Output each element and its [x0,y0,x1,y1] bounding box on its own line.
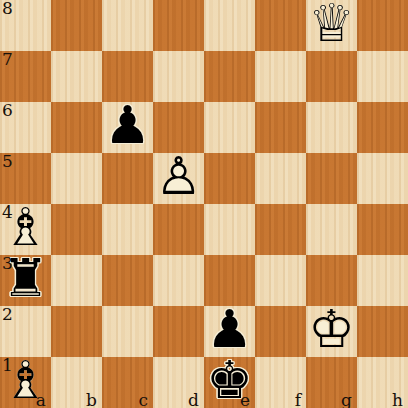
square-f2[interactable] [255,306,306,357]
file-label-a: a [36,391,46,408]
square-b1[interactable]: b [51,357,102,408]
square-d2[interactable] [153,306,204,357]
square-g2[interactable]: ♚♔ [306,306,357,357]
square-h3[interactable] [357,255,408,306]
square-e4[interactable] [204,204,255,255]
square-c6[interactable]: ♟ [102,102,153,153]
white-pawn-d5[interactable]: ♟♙ [153,153,204,204]
square-h7[interactable] [357,51,408,102]
piece-outline-glyph: ♙ [153,151,204,202]
file-label-h: h [392,391,403,408]
piece-outline-glyph: ♕ [306,0,357,49]
rank-label-4: 4 [2,202,13,222]
square-e5[interactable] [204,153,255,204]
file-label-b: b [86,391,97,408]
square-e7[interactable] [204,51,255,102]
square-c5[interactable] [102,153,153,204]
chess-board-wrapper: 8♛♕76♟5♟♙4♝♗3♜2♟♚♔1a♝♗bcde♚fgh [0,0,408,408]
file-label-c: c [138,391,148,408]
square-h5[interactable] [357,153,408,204]
rank-label-7: 7 [2,49,13,69]
square-f5[interactable] [255,153,306,204]
square-b4[interactable] [51,204,102,255]
square-a8[interactable]: 8 [0,0,51,51]
square-b2[interactable] [51,306,102,357]
file-label-e: e [240,391,250,408]
square-e6[interactable] [204,102,255,153]
black-pawn-c6[interactable]: ♟ [102,102,153,153]
square-d1[interactable]: d [153,357,204,408]
square-g8[interactable]: ♛♕ [306,0,357,51]
white-king-g2[interactable]: ♚♔ [306,306,357,357]
square-d8[interactable] [153,0,204,51]
square-h4[interactable] [357,204,408,255]
file-label-g: g [341,391,352,408]
square-g4[interactable] [306,204,357,255]
square-c4[interactable] [102,204,153,255]
rank-label-5: 5 [2,151,13,171]
square-f8[interactable] [255,0,306,51]
square-d3[interactable] [153,255,204,306]
square-h2[interactable] [357,306,408,357]
square-g1[interactable]: g [306,357,357,408]
piece-outline-glyph: ♔ [306,304,357,355]
chess-board: 8♛♕76♟5♟♙4♝♗3♜2♟♚♔1a♝♗bcde♚fgh [0,0,408,408]
square-d4[interactable] [153,204,204,255]
square-f6[interactable] [255,102,306,153]
square-d7[interactable] [153,51,204,102]
square-d5[interactable]: ♟♙ [153,153,204,204]
square-c3[interactable] [102,255,153,306]
file-label-f: f [295,391,301,408]
square-h1[interactable]: h [357,357,408,408]
square-b8[interactable] [51,0,102,51]
rank-label-2: 2 [2,304,13,324]
piece-glyph: ♟ [102,100,153,151]
square-h6[interactable] [357,102,408,153]
square-f3[interactable] [255,255,306,306]
square-b5[interactable] [51,153,102,204]
file-label-d: d [188,391,199,408]
square-b7[interactable] [51,51,102,102]
rank-label-8: 8 [2,0,13,18]
square-a3[interactable]: 3♜ [0,255,51,306]
rank-label-1: 1 [2,355,13,375]
square-c1[interactable]: c [102,357,153,408]
square-a6[interactable]: 6 [0,102,51,153]
white-queen-g8[interactable]: ♛♕ [306,0,357,51]
square-b6[interactable] [51,102,102,153]
square-f4[interactable] [255,204,306,255]
piece-glyph: ♟ [204,304,255,355]
square-g6[interactable] [306,102,357,153]
square-b3[interactable] [51,255,102,306]
square-c2[interactable] [102,306,153,357]
square-g7[interactable] [306,51,357,102]
square-f1[interactable]: f [255,357,306,408]
square-a7[interactable]: 7 [0,51,51,102]
square-a1[interactable]: 1a♝♗ [0,357,51,408]
square-e8[interactable] [204,0,255,51]
rank-label-6: 6 [2,100,13,120]
square-f7[interactable] [255,51,306,102]
square-e1[interactable]: e♚ [204,357,255,408]
rank-label-3: 3 [2,253,13,273]
square-h8[interactable] [357,0,408,51]
square-g5[interactable] [306,153,357,204]
square-c8[interactable] [102,0,153,51]
